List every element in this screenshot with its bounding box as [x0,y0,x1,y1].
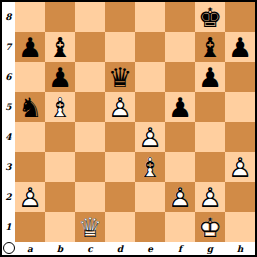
square-a6[interactable] [15,62,45,92]
white-piece-outline: ♙ [135,122,165,152]
square-b7[interactable]: ♝ [45,32,75,62]
piece-black-pawn[interactable]: ♟ [45,62,75,92]
square-c5[interactable] [75,92,105,122]
file-label-f: f [165,242,195,255]
square-h7[interactable]: ♟ [225,32,255,62]
white-piece-outline: ♗ [45,92,75,122]
square-d5[interactable]: ♟♙ [105,92,135,122]
square-f2[interactable]: ♟♙ [165,182,195,212]
white-piece-fill: ♛ [75,212,105,242]
file-label-c: c [75,242,105,255]
square-e2[interactable] [135,182,165,212]
rank-label-2: 2 [2,182,15,212]
file-label-h: h [225,242,255,255]
square-e1[interactable] [135,212,165,242]
black-piece-glyph: ♟ [225,32,255,62]
file-labels: abcdefgh [15,242,255,255]
square-g1[interactable]: ♚♔ [195,212,225,242]
square-d2[interactable] [105,182,135,212]
square-f5[interactable]: ♟ [165,92,195,122]
white-piece-fill: ♟ [165,182,195,212]
square-c6[interactable] [75,62,105,92]
piece-black-pawn[interactable]: ♟ [225,32,255,62]
square-f7[interactable] [165,32,195,62]
square-h6[interactable] [225,62,255,92]
file-label-e: e [135,242,165,255]
square-c8[interactable] [75,2,105,32]
square-e5[interactable] [135,92,165,122]
square-f8[interactable] [165,2,195,32]
square-d7[interactable] [105,32,135,62]
black-piece-glyph: ♝ [45,32,75,62]
piece-white-pawn[interactable]: ♟♙ [105,92,135,122]
white-piece-outline: ♙ [195,182,225,212]
black-piece-glyph: ♞ [15,92,45,122]
white-piece-fill: ♚ [195,212,225,242]
square-e6[interactable] [135,62,165,92]
piece-black-king[interactable]: ♚ [195,2,225,32]
square-h2[interactable] [225,182,255,212]
square-c4[interactable] [75,122,105,152]
square-h4[interactable] [225,122,255,152]
square-e7[interactable] [135,32,165,62]
piece-black-queen[interactable]: ♛ [105,62,135,92]
square-f6[interactable] [165,62,195,92]
square-b4[interactable] [45,122,75,152]
piece-white-king[interactable]: ♚♔ [195,212,225,242]
square-a3[interactable] [15,152,45,182]
white-piece-fill: ♟ [15,182,45,212]
white-piece-outline: ♗ [135,152,165,182]
white-piece-fill: ♟ [195,182,225,212]
piece-black-bishop[interactable]: ♝ [195,32,225,62]
square-g8[interactable]: ♚ [195,2,225,32]
square-c3[interactable] [75,152,105,182]
square-a7[interactable]: ♟ [15,32,45,62]
square-e3[interactable]: ♝♗ [135,152,165,182]
square-a1[interactable] [15,212,45,242]
white-piece-outline: ♙ [225,152,255,182]
square-c7[interactable] [75,32,105,62]
white-piece-fill: ♟ [105,92,135,122]
square-e8[interactable] [135,2,165,32]
piece-white-queen[interactable]: ♛♕ [75,212,105,242]
square-h1[interactable] [225,212,255,242]
square-h3[interactable]: ♟♙ [225,152,255,182]
black-piece-glyph: ♝ [195,32,225,62]
piece-white-pawn[interactable]: ♟♙ [15,182,45,212]
square-a5[interactable]: ♞ [15,92,45,122]
file-label-g: g [195,242,225,255]
piece-black-pawn[interactable]: ♟ [165,92,195,122]
square-f1[interactable] [165,212,195,242]
file-label-d: d [105,242,135,255]
white-piece-outline: ♙ [15,182,45,212]
rank-label-1: 1 [2,212,15,242]
square-a8[interactable] [15,2,45,32]
white-piece-fill: ♝ [45,92,75,122]
square-h5[interactable] [225,92,255,122]
piece-white-bishop[interactable]: ♝♗ [135,152,165,182]
square-c2[interactable] [75,182,105,212]
square-g5[interactable] [195,92,225,122]
square-b6[interactable]: ♟ [45,62,75,92]
white-piece-fill: ♟ [135,122,165,152]
file-label-a: a [15,242,45,255]
board: ♚♟♝♝♟♟♛♟♞♝♗♟♙♟♟♙♝♗♟♙♟♙♟♙♟♙♛♕♚♔ [15,2,255,242]
white-piece-outline: ♙ [165,182,195,212]
square-d1[interactable] [105,212,135,242]
square-b1[interactable] [45,212,75,242]
turn-indicator-area [2,242,15,255]
rank-label-6: 6 [2,62,15,92]
piece-white-bishop[interactable]: ♝♗ [45,92,75,122]
piece-black-knight[interactable]: ♞ [15,92,45,122]
square-b5[interactable]: ♝♗ [45,92,75,122]
black-piece-glyph: ♟ [165,92,195,122]
white-piece-fill: ♝ [135,152,165,182]
white-piece-outline: ♙ [105,92,135,122]
square-c1[interactable]: ♛♕ [75,212,105,242]
rank-label-3: 3 [2,152,15,182]
file-label-b: b [45,242,75,255]
rank-label-8: 8 [2,2,15,32]
square-d6[interactable]: ♛ [105,62,135,92]
black-piece-glyph: ♟ [45,62,75,92]
square-g2[interactable]: ♟♙ [195,182,225,212]
rank-label-7: 7 [2,32,15,62]
black-piece-glyph: ♟ [15,32,45,62]
rank-label-4: 4 [2,122,15,152]
white-piece-fill: ♟ [225,152,255,182]
square-d4[interactable] [105,122,135,152]
white-piece-outline: ♔ [195,212,225,242]
square-f3[interactable] [165,152,195,182]
square-d3[interactable] [105,152,135,182]
chess-diagram: 87654321 ♚♟♝♝♟♟♛♟♞♝♗♟♙♟♟♙♝♗♟♙♟♙♟♙♟♙♛♕♚♔ … [0,0,257,257]
square-a4[interactable] [15,122,45,152]
square-g3[interactable] [195,152,225,182]
white-to-move-indicator [3,242,15,254]
piece-white-pawn[interactable]: ♟♙ [165,182,195,212]
black-piece-glyph: ♟ [195,62,225,92]
square-h8[interactable] [225,2,255,32]
piece-white-pawn[interactable]: ♟♙ [195,182,225,212]
square-a2[interactable]: ♟♙ [15,182,45,212]
rank-labels: 87654321 [2,2,15,242]
square-b8[interactable] [45,2,75,32]
square-b2[interactable] [45,182,75,212]
square-b3[interactable] [45,152,75,182]
piece-black-pawn[interactable]: ♟ [15,32,45,62]
white-piece-outline: ♕ [75,212,105,242]
piece-white-pawn[interactable]: ♟♙ [225,152,255,182]
rank-label-5: 5 [2,92,15,122]
square-g4[interactable] [195,122,225,152]
black-piece-glyph: ♛ [105,62,135,92]
piece-white-pawn[interactable]: ♟♙ [135,122,165,152]
piece-black-pawn[interactable]: ♟ [195,62,225,92]
piece-black-bishop[interactable]: ♝ [45,32,75,62]
square-e4[interactable]: ♟♙ [135,122,165,152]
square-g7[interactable]: ♝ [195,32,225,62]
square-d8[interactable] [105,2,135,32]
square-g6[interactable]: ♟ [195,62,225,92]
square-f4[interactable] [165,122,195,152]
black-piece-glyph: ♚ [195,2,225,32]
